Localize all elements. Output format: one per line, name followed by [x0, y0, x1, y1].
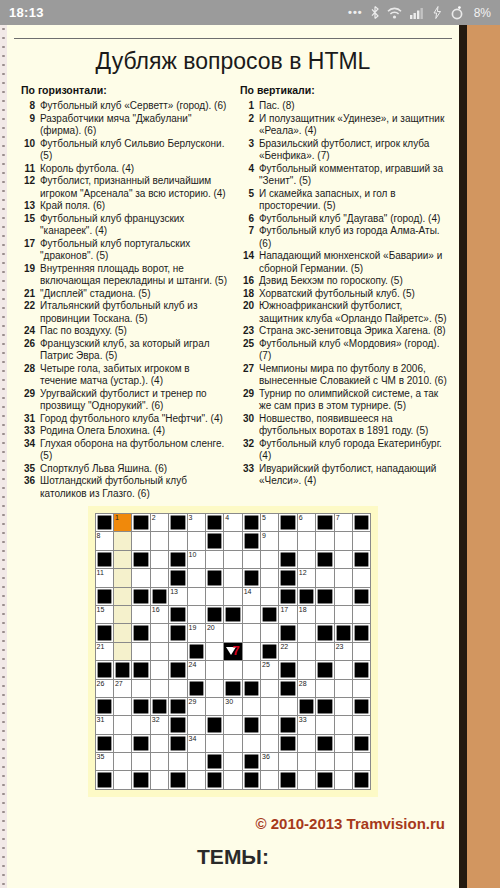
grid-cell[interactable] — [316, 569, 333, 586]
black-cell — [188, 643, 205, 660]
grid-cell[interactable] — [206, 643, 223, 660]
grid-cell[interactable] — [261, 698, 278, 715]
grid-cell[interactable] — [224, 661, 241, 678]
clue-item: 34Глухая оборона на футбольном сленге. (… — [21, 438, 228, 463]
grid-cell[interactable] — [261, 771, 278, 788]
grid-cell[interactable] — [114, 606, 131, 623]
cell-number: 29 — [189, 698, 197, 706]
grid-cell[interactable] — [151, 569, 168, 586]
grid-cell[interactable] — [316, 606, 333, 623]
black-cell — [132, 698, 149, 715]
grid-cell[interactable] — [114, 716, 131, 733]
black-cell — [353, 588, 370, 605]
grid-cell[interactable] — [353, 569, 370, 586]
grid-cell[interactable] — [224, 735, 241, 752]
black-cell — [279, 551, 296, 568]
grid-cell[interactable] — [151, 624, 168, 641]
grid-cell[interactable] — [335, 606, 352, 623]
black-cell — [96, 771, 113, 788]
grid-cell[interactable] — [243, 735, 260, 752]
grid-cell[interactable] — [151, 551, 168, 568]
black-cell — [132, 771, 149, 788]
clue-item: 22Итальянский футбольный клуб из провинц… — [21, 300, 228, 325]
grid-cell[interactable] — [206, 698, 223, 715]
grid-cell[interactable]: 4 — [224, 514, 241, 531]
grid-cell[interactable]: 25 — [261, 661, 278, 678]
cell-number: 4 — [225, 514, 229, 522]
black-cell — [279, 569, 296, 586]
grid-cell[interactable] — [335, 753, 352, 770]
black-cell — [96, 588, 113, 605]
clue-text: "Дисплей" стадиона. (5) — [40, 288, 228, 301]
grid-cell[interactable] — [224, 624, 241, 641]
grid-cell[interactable] — [206, 551, 223, 568]
cell-number: 22 — [280, 643, 288, 651]
grid-cell[interactable] — [335, 551, 352, 568]
clue-text: Футбольный клуб французских "канареек". … — [40, 213, 228, 238]
black-cell — [298, 698, 315, 715]
grid-cell[interactable] — [316, 716, 333, 733]
logo-cell: 7 — [224, 643, 241, 660]
clue-item: 32Футбольный клуб города Екатеринбург. (… — [240, 438, 447, 463]
cell-number: 30 — [225, 698, 233, 706]
clue-item: 24Пас по воздуху. (5) — [21, 325, 228, 338]
black-cell — [132, 588, 149, 605]
clue-text: Итальянский футбольный клуб из провинции… — [40, 300, 228, 325]
clue-text: Новшество, появившееся на футбольных вор… — [259, 413, 447, 438]
clue-item: 1Пас. (8) — [240, 100, 447, 113]
grid-cell[interactable] — [353, 606, 370, 623]
cell-number: 6 — [299, 514, 303, 522]
clue-number: 34 — [21, 438, 35, 463]
clue-number: 16 — [240, 275, 254, 288]
signal-icon — [410, 7, 424, 19]
crossword-board: 1234567891011121314151617181920217222324… — [88, 506, 379, 797]
clue-item: 6Футбольный клуб "Даугава" (город). (4) — [240, 213, 447, 226]
crossword-grid: 1234567891011121314151617181920217222324… — [95, 513, 372, 790]
cell-number: 10 — [189, 551, 197, 559]
grid-cell[interactable]: 33 — [298, 716, 315, 733]
grid-cell[interactable] — [188, 716, 205, 733]
grid-cell[interactable] — [169, 643, 186, 660]
black-cell — [316, 624, 333, 641]
clue-item: 2И полузащитник «Удинезе», и защитник «Р… — [240, 113, 447, 138]
grid-cell[interactable] — [261, 624, 278, 641]
grid-cell[interactable] — [224, 532, 241, 549]
grid-cell[interactable] — [261, 680, 278, 697]
grid-cell[interactable]: 21 — [96, 643, 113, 660]
black-cell — [316, 771, 333, 788]
cell-number: 36 — [262, 753, 270, 761]
grid-cell[interactable]: 16 — [151, 606, 168, 623]
charging-icon — [432, 6, 442, 19]
grid-cell[interactable]: 1 — [114, 514, 131, 531]
grid-cell[interactable] — [298, 551, 315, 568]
grid-cell[interactable] — [114, 624, 131, 641]
black-cell — [279, 588, 296, 605]
grid-cell[interactable]: 29 — [188, 698, 205, 715]
grid-cell[interactable] — [114, 532, 131, 549]
black-cell — [243, 569, 260, 586]
grid-cell[interactable]: 22 — [279, 643, 296, 660]
grid-cell[interactable] — [316, 753, 333, 770]
grid-cell[interactable] — [188, 532, 205, 549]
black-cell — [132, 661, 149, 678]
grid-cell[interactable] — [243, 698, 260, 715]
clue-number: 23 — [240, 325, 254, 338]
grid-cell[interactable] — [243, 551, 260, 568]
clue-number: 22 — [21, 300, 35, 325]
grid-cell[interactable] — [261, 569, 278, 586]
grid-cell[interactable] — [114, 551, 131, 568]
down-column: По вертикали: 1Пас. (8)2И полузащитник «… — [240, 84, 447, 500]
clue-number: 17 — [21, 238, 35, 263]
black-cell — [279, 514, 296, 531]
cell-number: 35 — [97, 753, 105, 761]
clue-text: Дэвид Бекхэм по гороскопу. (5) — [259, 275, 447, 288]
grid-cell[interactable]: 30 — [224, 698, 241, 715]
clue-item: 35Спортклуб Льва Яшина. (6) — [21, 463, 228, 476]
grid-cell[interactable] — [206, 661, 223, 678]
grid-cell[interactable] — [335, 698, 352, 715]
black-cell — [224, 606, 241, 623]
clue-number: 14 — [240, 250, 254, 275]
cell-number: 26 — [97, 680, 105, 688]
grid-cell[interactable] — [114, 735, 131, 752]
grid-cell[interactable] — [206, 588, 223, 605]
grid-cell[interactable] — [188, 569, 205, 586]
clue-number: 27 — [240, 363, 254, 388]
clue-text: Футбольный клуб Сильвио Берлускони. (5) — [40, 138, 228, 163]
grid-cell[interactable] — [316, 680, 333, 697]
clue-number: 32 — [240, 438, 254, 463]
grid-cell[interactable] — [132, 643, 149, 660]
cell-number: 32 — [152, 716, 160, 724]
grid-cell[interactable] — [224, 569, 241, 586]
grid-cell[interactable] — [243, 624, 260, 641]
grid-cell[interactable] — [224, 716, 241, 733]
grid-cell[interactable] — [224, 551, 241, 568]
wifi-icon — [387, 7, 402, 19]
clue-number: 36 — [21, 475, 35, 500]
status-bar: 18:13 ••• — [0, 0, 500, 25]
grid-cell[interactable] — [151, 643, 168, 660]
grid-cell[interactable]: 18 — [298, 606, 315, 623]
clue-item: 7Футбольный клуб из города Алма-Аты. (6) — [240, 225, 447, 250]
clue-number: 9 — [21, 113, 35, 138]
grid-cell[interactable] — [335, 661, 352, 678]
grid-cell[interactable] — [114, 698, 131, 715]
clue-text: Край поля. (6) — [40, 200, 228, 213]
clue-text: Футболист, признанный величайшим игроком… — [40, 175, 228, 200]
cell-number: 31 — [97, 716, 105, 724]
grid-cell[interactable] — [224, 771, 241, 788]
grid-cell[interactable] — [151, 680, 168, 697]
grid-cell[interactable] — [132, 606, 149, 623]
grid-cell[interactable] — [114, 643, 131, 660]
clue-text: Турнир по олимпийской системе, а так же … — [259, 388, 447, 413]
grid-cell[interactable]: 3 — [188, 514, 205, 531]
clue-item: 12Футболист, признанный величайшим игрок… — [21, 175, 228, 200]
grid-cell[interactable] — [114, 569, 131, 586]
grid-cell[interactable]: 36 — [261, 753, 278, 770]
black-cell — [335, 624, 352, 641]
bluetooth-icon — [371, 6, 379, 19]
clue-text: Нападающий мюнхенской «Баварии» и сборно… — [259, 250, 447, 275]
grid-cell[interactable] — [316, 532, 333, 549]
grid-cell[interactable] — [335, 716, 352, 733]
grid-cell[interactable] — [151, 735, 168, 752]
grid-cell[interactable] — [298, 753, 315, 770]
black-cell — [316, 551, 333, 568]
grid-cell[interactable] — [224, 588, 241, 605]
grid-cell[interactable] — [279, 698, 296, 715]
cell-number: 28 — [299, 680, 307, 688]
grid-cell[interactable] — [335, 569, 352, 586]
grid-cell[interactable]: 9 — [261, 532, 278, 549]
grid-cell[interactable]: 19 — [188, 624, 205, 641]
clue-text: И скамейка запасных, и гол в просторечии… — [259, 188, 447, 213]
black-cell — [261, 606, 278, 623]
clue-number: 10 — [21, 138, 35, 163]
clue-item: 19Внутренняя площадь ворот, не включающа… — [21, 263, 228, 288]
cell-number: 9 — [262, 532, 266, 540]
grid-cell[interactable]: 10 — [188, 551, 205, 568]
grid-cell[interactable] — [261, 716, 278, 733]
grid-cell[interactable] — [132, 532, 149, 549]
grid-cell[interactable] — [151, 661, 168, 678]
grid-cell[interactable] — [298, 771, 315, 788]
grid-cell[interactable] — [132, 569, 149, 586]
clue-number: 11 — [21, 163, 35, 176]
content-panel: Дубляж вопросов в HTML По горизонтали: 8… — [7, 25, 459, 888]
grid-cell[interactable]: 7 — [335, 514, 352, 531]
black-cell — [279, 624, 296, 641]
black-cell — [96, 698, 113, 715]
grid-cell[interactable] — [298, 532, 315, 549]
grid-cell[interactable]: 14 — [243, 588, 260, 605]
grid-cell[interactable] — [353, 643, 370, 660]
grid-cell[interactable]: 23 — [335, 643, 352, 660]
clue-text: Французский клуб, за который играл Патри… — [40, 338, 228, 363]
clue-text: Бразильский футболист, игрок клуба «Бенф… — [259, 138, 447, 163]
grid-cell[interactable] — [261, 735, 278, 752]
clue-text: Город футбольного клуба "Нефтчи". (4) — [40, 413, 228, 426]
grid-cell[interactable] — [243, 661, 260, 678]
black-cell — [279, 661, 296, 678]
grid-cell[interactable] — [353, 532, 370, 549]
grid-cell[interactable] — [188, 753, 205, 770]
grid-cell[interactable] — [243, 606, 260, 623]
clue-item: 36Шотландский футбольный клуб католиков … — [21, 475, 228, 500]
clue-number: 21 — [21, 288, 35, 301]
grid-cell[interactable] — [132, 716, 149, 733]
cell-number: 34 — [189, 735, 197, 743]
black-cell — [353, 624, 370, 641]
black-cell — [316, 735, 333, 752]
grid-cell[interactable]: 11 — [96, 569, 113, 586]
grid-cell[interactable]: 5 — [261, 514, 278, 531]
clue-item: 29Турнир по олимпийской системе, а так ж… — [240, 388, 447, 413]
grid-cell[interactable] — [353, 680, 370, 697]
clue-item: 10Футбольный клуб Сильвио Берлускони. (5… — [21, 138, 228, 163]
grid-cell[interactable] — [188, 606, 205, 623]
cell-number: 15 — [97, 606, 105, 614]
clue-columns: По горизонтали: 8Футбольный клуб «Сервет… — [7, 84, 459, 500]
black-cell — [243, 532, 260, 549]
grid-cell[interactable]: 26 — [96, 680, 113, 697]
clue-text: Футбольный клуб «Мордовия» (город). (7) — [259, 338, 447, 363]
grid-cell[interactable]: 31 — [96, 716, 113, 733]
black-cell — [132, 551, 149, 568]
grid-cell[interactable] — [243, 643, 260, 660]
black-cell — [96, 624, 113, 641]
grid-cell[interactable]: 8 — [96, 532, 113, 549]
grid-cell[interactable]: 35 — [96, 753, 113, 770]
black-cell — [132, 735, 149, 752]
grid-cell[interactable] — [188, 771, 205, 788]
black-cell — [132, 514, 149, 531]
cell-number: 16 — [152, 606, 160, 614]
grid-cell[interactable] — [353, 716, 370, 733]
clue-item: 23Страна экс-зенитовца Эрика Хагена. (8) — [240, 325, 447, 338]
grid-cell[interactable] — [114, 771, 131, 788]
clue-text: Южноафриканский футболист, защитник клуб… — [259, 300, 447, 325]
clue-number: 31 — [21, 413, 35, 426]
battery-percent: 8% — [474, 6, 491, 20]
clue-number: 5 — [240, 188, 254, 213]
clue-number: 8 — [21, 100, 35, 113]
grid-cell[interactable]: 20 — [206, 624, 223, 641]
more-icon: ••• — [348, 7, 363, 18]
down-header: По вертикали: — [240, 84, 447, 96]
black-cell — [114, 661, 131, 678]
grid-cell[interactable]: 28 — [298, 680, 315, 697]
black-cell — [243, 716, 260, 733]
cell-number: 19 — [189, 624, 197, 632]
cell-number: 2 — [152, 514, 156, 522]
grid-cell[interactable] — [132, 753, 149, 770]
black-cell — [206, 532, 223, 549]
grid-cell[interactable] — [114, 588, 131, 605]
clue-item: 4Футбольный комментатор, игравший за "Зе… — [240, 163, 447, 188]
cell-number: 23 — [336, 643, 344, 651]
page-margin — [467, 25, 500, 888]
grid-cell[interactable]: 27 — [114, 680, 131, 697]
grid-cell[interactable] — [298, 643, 315, 660]
black-cell — [243, 514, 260, 531]
clue-text: Разработчики мяча "Джабулани" (фирма). (… — [40, 113, 228, 138]
clue-item: 33Родина Олега Блохина. (4) — [21, 425, 228, 438]
grid-cell[interactable] — [279, 532, 296, 549]
clue-text: Футбольный клуб города Екатеринбург. (4) — [259, 438, 447, 463]
grid-cell[interactable] — [261, 588, 278, 605]
clue-text: Внутренняя площадь ворот, не включающая … — [40, 263, 228, 288]
across-column: По горизонтали: 8Футбольный клуб «Сервет… — [21, 84, 228, 500]
clue-text: Футбольный клуб из города Алма-Аты. (6) — [259, 225, 447, 250]
cell-number: 11 — [97, 569, 104, 577]
grid-cell[interactable] — [169, 680, 186, 697]
clue-item: 31Город футбольного клуба "Нефтчи". (4) — [21, 413, 228, 426]
grid-cell[interactable] — [353, 753, 370, 770]
black-cell — [279, 680, 296, 697]
grid-cell[interactable] — [316, 643, 333, 660]
black-cell — [169, 569, 186, 586]
grid-cell[interactable] — [224, 753, 241, 770]
grid-cell[interactable] — [298, 661, 315, 678]
black-cell — [169, 551, 186, 568]
grid-cell[interactable]: 17 — [279, 606, 296, 623]
cell-number: 18 — [299, 606, 307, 614]
grid-cell[interactable]: 15 — [96, 606, 113, 623]
cell-number: 13 — [170, 588, 178, 596]
grid-cell[interactable] — [169, 532, 186, 549]
grid-cell[interactable]: 32 — [151, 716, 168, 733]
black-cell — [206, 771, 223, 788]
clue-item: 17Футбольный клуб португальских "драконо… — [21, 238, 228, 263]
grid-cell[interactable] — [188, 588, 205, 605]
grid-cell[interactable]: 6 — [298, 514, 315, 531]
cell-number: 8 — [97, 532, 101, 540]
clue-text: Спортклуб Льва Яшина. (6) — [40, 463, 228, 476]
black-cell — [169, 735, 186, 752]
grid-cell[interactable] — [335, 680, 352, 697]
grid-cell[interactable] — [169, 753, 186, 770]
clue-item: 33Ивуарийский футболист, нападающий «Чел… — [240, 463, 447, 488]
grid-cell[interactable] — [206, 680, 223, 697]
grid-cell[interactable] — [261, 551, 278, 568]
clue-text: Хорватский футбольный клуб. (5) — [259, 288, 447, 301]
black-cell — [169, 716, 186, 733]
grid-cell[interactable] — [151, 771, 168, 788]
clue-number: 2 — [240, 113, 254, 138]
black-cell — [132, 624, 149, 641]
grid-cell[interactable] — [298, 735, 315, 752]
grid-cell[interactable]: 24 — [188, 661, 205, 678]
clue-text: Уругвайский футболист и тренер по прозви… — [40, 388, 228, 413]
black-cell — [224, 680, 241, 697]
black-cell — [169, 698, 186, 715]
clue-text: Глухая оборона на футбольном сленге. (5) — [40, 438, 228, 463]
grid-cell[interactable]: 34 — [188, 735, 205, 752]
clue-number: 1 — [240, 100, 254, 113]
grid-cell[interactable]: 12 — [298, 569, 315, 586]
grid-cell[interactable] — [206, 735, 223, 752]
clue-text: Шотландский футбольный клуб католиков из… — [40, 475, 228, 500]
clue-item: 30Новшество, появившееся на футбольных в… — [240, 413, 447, 438]
grid-cell[interactable] — [279, 753, 296, 770]
grid-cell[interactable] — [151, 532, 168, 549]
black-cell — [353, 514, 370, 531]
grid-cell[interactable] — [335, 771, 352, 788]
grid-cell[interactable]: 2 — [151, 514, 168, 531]
clue-item: 13Край поля. (6) — [21, 200, 228, 213]
grid-cell[interactable]: 13 — [169, 588, 186, 605]
clue-text: Футбольный клуб "Даугава" (город). (4) — [259, 213, 447, 226]
grid-cell[interactable] — [335, 588, 352, 605]
black-cell — [96, 735, 113, 752]
cell-number: 1 — [115, 514, 119, 522]
grid-cell[interactable] — [298, 624, 315, 641]
grid-cell[interactable] — [114, 753, 131, 770]
clue-item: 20Южноафриканский футболист, защитник кл… — [240, 300, 447, 325]
clue-number: 29 — [240, 388, 254, 413]
grid-cell[interactable] — [132, 680, 149, 697]
grid-cell[interactable] — [335, 735, 352, 752]
clue-text: Ивуарийский футболист, нападающий «Челси… — [259, 463, 447, 488]
grid-cell[interactable] — [335, 532, 352, 549]
grid-cell[interactable] — [151, 753, 168, 770]
